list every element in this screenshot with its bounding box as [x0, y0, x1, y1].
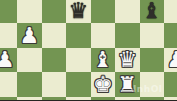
square-r1c5[interactable]: [115, 23, 140, 48]
square-r4c1[interactable]: [17, 97, 42, 101]
square-r3c2[interactable]: [42, 72, 67, 97]
square-r1c2[interactable]: [42, 23, 67, 48]
white-bishop[interactable]: ♝: [93, 48, 113, 72]
square-r2c6[interactable]: [140, 48, 165, 73]
chessboard-viewport: ♛♝♟♟♝♛♟♚♜ InhOl: [0, 0, 177, 100]
square-r3c3[interactable]: [66, 72, 91, 97]
square-r1c6[interactable]: [140, 23, 165, 48]
square-r1c0[interactable]: [0, 23, 17, 48]
square-r3c4[interactable]: ♚: [91, 72, 116, 97]
square-r4c7[interactable]: [164, 97, 177, 101]
watermark-text: InhOl: [133, 84, 162, 94]
square-r0c5[interactable]: [115, 0, 140, 23]
square-r2c0[interactable]: ♟: [0, 48, 17, 73]
square-r0c1[interactable]: [17, 0, 42, 23]
square-r2c5[interactable]: ♛: [115, 48, 140, 73]
white-queen[interactable]: ♛: [117, 48, 137, 72]
square-r0c2[interactable]: [42, 0, 67, 23]
square-r2c7[interactable]: ♟: [164, 48, 177, 73]
square-r2c4[interactable]: ♝: [91, 48, 116, 73]
square-r4c4[interactable]: [91, 97, 116, 101]
square-r1c1[interactable]: ♟: [17, 23, 42, 48]
square-r0c6[interactable]: ♝: [140, 0, 165, 23]
square-r1c3[interactable]: [66, 23, 91, 48]
white-pawn[interactable]: ♟: [19, 24, 39, 48]
square-r3c0[interactable]: [0, 72, 17, 97]
square-r4c6[interactable]: [140, 97, 165, 101]
square-r0c7[interactable]: [164, 0, 177, 23]
square-r4c2[interactable]: [42, 97, 67, 101]
white-pawn[interactable]: ♟: [0, 48, 15, 72]
black-bishop[interactable]: ♝: [142, 0, 162, 23]
square-r2c2[interactable]: [42, 48, 67, 73]
square-r4c3[interactable]: [66, 97, 91, 101]
square-r1c7[interactable]: [164, 23, 177, 48]
square-r0c4[interactable]: [91, 0, 116, 23]
white-pawn[interactable]: ♟: [166, 48, 177, 72]
square-r2c1[interactable]: [17, 48, 42, 73]
square-r0c3[interactable]: ♛: [66, 0, 91, 23]
square-r0c0[interactable]: [0, 0, 17, 23]
square-r3c7[interactable]: [164, 72, 177, 97]
white-king[interactable]: ♚: [93, 73, 113, 97]
square-r4c0[interactable]: [0, 97, 17, 101]
square-r3c1[interactable]: [17, 72, 42, 97]
square-r4c5[interactable]: [115, 97, 140, 101]
square-r2c3[interactable]: [66, 48, 91, 73]
square-r1c4[interactable]: [91, 23, 116, 48]
black-queen[interactable]: ♛: [68, 0, 88, 23]
